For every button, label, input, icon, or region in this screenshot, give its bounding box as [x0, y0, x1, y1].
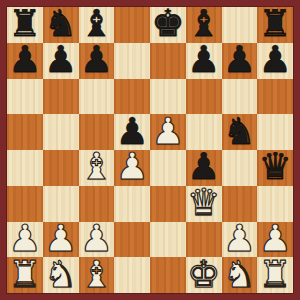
square-g6[interactable] — [222, 79, 258, 115]
square-h3[interactable] — [257, 186, 293, 222]
square-h6[interactable] — [257, 79, 293, 115]
piece-black-rook: ♜ — [259, 7, 292, 42]
square-h4[interactable]: ♛ — [257, 150, 293, 186]
piece-white-pawn: ♟ — [44, 222, 77, 257]
piece-white-pawn: ♟ — [116, 150, 149, 185]
square-d1[interactable] — [114, 257, 150, 293]
square-f7[interactable]: ♟ — [186, 43, 222, 79]
square-b2[interactable]: ♟ — [43, 222, 79, 258]
square-h5[interactable] — [257, 114, 293, 150]
square-c8[interactable]: ♝ — [79, 7, 115, 43]
piece-white-rook: ♜ — [259, 257, 292, 292]
square-b4[interactable] — [43, 150, 79, 186]
square-h2[interactable]: ♟ — [257, 222, 293, 258]
square-b3[interactable] — [43, 186, 79, 222]
square-f2[interactable] — [186, 222, 222, 258]
square-g7[interactable]: ♟ — [222, 43, 258, 79]
square-b8[interactable]: ♞ — [43, 7, 79, 43]
piece-black-bishop: ♝ — [80, 7, 113, 42]
chess-board-grid: ♜♞♝♚♝♜♟♟♟♟♟♟♟♟♞♝♟♟♛♛♟♟♟♟♟♜♞♝♚♞♜ — [7, 7, 293, 293]
piece-black-pawn: ♟ — [259, 43, 292, 78]
square-c2[interactable]: ♟ — [79, 222, 115, 258]
square-h1[interactable]: ♜ — [257, 257, 293, 293]
square-b5[interactable] — [43, 114, 79, 150]
square-c7[interactable]: ♟ — [79, 43, 115, 79]
square-g1[interactable]: ♞ — [222, 257, 258, 293]
piece-white-pawn: ♟ — [259, 222, 292, 257]
square-c1[interactable]: ♝ — [79, 257, 115, 293]
piece-black-king: ♚ — [151, 7, 184, 42]
piece-white-knight: ♞ — [44, 257, 77, 292]
square-g8[interactable] — [222, 7, 258, 43]
square-e3[interactable] — [150, 186, 186, 222]
piece-black-bishop: ♝ — [187, 7, 220, 42]
square-e4[interactable] — [150, 150, 186, 186]
square-e7[interactable] — [150, 43, 186, 79]
square-g4[interactable] — [222, 150, 258, 186]
square-c5[interactable] — [79, 114, 115, 150]
square-a5[interactable] — [7, 114, 43, 150]
square-c3[interactable] — [79, 186, 115, 222]
square-d5[interactable]: ♟ — [114, 114, 150, 150]
piece-black-rook: ♜ — [8, 7, 41, 42]
piece-white-knight: ♞ — [223, 257, 256, 292]
square-d3[interactable] — [114, 186, 150, 222]
square-a1[interactable]: ♜ — [7, 257, 43, 293]
piece-white-pawn: ♟ — [223, 222, 256, 257]
square-a7[interactable]: ♟ — [7, 43, 43, 79]
square-c4[interactable]: ♝ — [79, 150, 115, 186]
square-e2[interactable] — [150, 222, 186, 258]
piece-black-pawn: ♟ — [116, 114, 149, 149]
piece-white-king: ♚ — [187, 257, 220, 292]
square-f5[interactable] — [186, 114, 222, 150]
square-e6[interactable] — [150, 79, 186, 115]
square-e1[interactable] — [150, 257, 186, 293]
square-h8[interactable]: ♜ — [257, 7, 293, 43]
piece-black-knight: ♞ — [44, 7, 77, 42]
square-e5[interactable]: ♟ — [150, 114, 186, 150]
square-d8[interactable] — [114, 7, 150, 43]
square-f8[interactable]: ♝ — [186, 7, 222, 43]
piece-black-pawn: ♟ — [8, 43, 41, 78]
square-a8[interactable]: ♜ — [7, 7, 43, 43]
square-h7[interactable]: ♟ — [257, 43, 293, 79]
square-g2[interactable]: ♟ — [222, 222, 258, 258]
piece-white-rook: ♜ — [8, 257, 41, 292]
piece-black-pawn: ♟ — [187, 43, 220, 78]
square-f4[interactable]: ♟ — [186, 150, 222, 186]
piece-black-pawn: ♟ — [187, 150, 220, 185]
square-e8[interactable]: ♚ — [150, 7, 186, 43]
chess-board: ♜♞♝♚♝♜♟♟♟♟♟♟♟♟♞♝♟♟♛♛♟♟♟♟♟♜♞♝♚♞♜ — [0, 0, 300, 300]
piece-black-pawn: ♟ — [44, 43, 77, 78]
piece-black-knight: ♞ — [223, 114, 256, 149]
square-f6[interactable] — [186, 79, 222, 115]
piece-white-pawn: ♟ — [80, 222, 113, 257]
square-a6[interactable] — [7, 79, 43, 115]
square-b7[interactable]: ♟ — [43, 43, 79, 79]
square-b1[interactable]: ♞ — [43, 257, 79, 293]
piece-black-pawn: ♟ — [223, 43, 256, 78]
piece-white-queen: ♛ — [187, 186, 220, 221]
square-d7[interactable] — [114, 43, 150, 79]
square-f1[interactable]: ♚ — [186, 257, 222, 293]
piece-black-pawn: ♟ — [80, 43, 113, 78]
square-d6[interactable] — [114, 79, 150, 115]
square-b6[interactable] — [43, 79, 79, 115]
square-c6[interactable] — [79, 79, 115, 115]
piece-white-bishop: ♝ — [80, 150, 113, 185]
piece-white-pawn: ♟ — [151, 114, 184, 149]
square-d4[interactable]: ♟ — [114, 150, 150, 186]
piece-white-bishop: ♝ — [80, 257, 113, 292]
square-g5[interactable]: ♞ — [222, 114, 258, 150]
piece-black-queen: ♛ — [259, 150, 292, 185]
square-a2[interactable]: ♟ — [7, 222, 43, 258]
square-a4[interactable] — [7, 150, 43, 186]
square-g3[interactable] — [222, 186, 258, 222]
square-a3[interactable] — [7, 186, 43, 222]
piece-white-pawn: ♟ — [8, 222, 41, 257]
square-d2[interactable] — [114, 222, 150, 258]
square-f3[interactable]: ♛ — [186, 186, 222, 222]
